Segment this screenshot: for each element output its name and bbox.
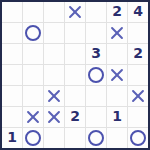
cell-r6c6: 1 bbox=[107, 107, 127, 127]
x-mark-icon bbox=[110, 26, 124, 40]
cell-r4c3[interactable] bbox=[44, 65, 64, 85]
cell-r1c4[interactable] bbox=[65, 2, 85, 22]
cell-r1c1[interactable] bbox=[2, 2, 22, 22]
cell-r1c7: 4 bbox=[128, 2, 148, 22]
x-mark-icon bbox=[110, 68, 124, 82]
cell-r3c6[interactable] bbox=[107, 44, 127, 64]
cell-r3c7: 2 bbox=[128, 44, 148, 64]
cell-r5c1[interactable] bbox=[2, 86, 22, 106]
cell-r2c7[interactable] bbox=[128, 23, 148, 43]
cell-r7c6[interactable] bbox=[107, 128, 127, 148]
cell-r6c3[interactable] bbox=[44, 107, 64, 127]
cell-r7c4[interactable] bbox=[65, 128, 85, 148]
o-mark-icon bbox=[88, 67, 104, 83]
x-mark-icon bbox=[26, 110, 40, 124]
cell-r4c4[interactable] bbox=[65, 65, 85, 85]
x-mark-icon bbox=[131, 89, 145, 103]
cell-r4c2[interactable] bbox=[23, 65, 43, 85]
cell-r7c2[interactable] bbox=[23, 128, 43, 148]
cell-r7c7[interactable] bbox=[128, 128, 148, 148]
cell-r5c4[interactable] bbox=[65, 86, 85, 106]
cell-r4c1[interactable] bbox=[2, 65, 22, 85]
clue-number: 3 bbox=[91, 46, 101, 60]
o-mark-icon bbox=[88, 130, 104, 146]
cell-r7c3[interactable] bbox=[44, 128, 64, 148]
cell-r2c3[interactable] bbox=[44, 23, 64, 43]
cell-r5c3[interactable] bbox=[44, 86, 64, 106]
cell-r6c7[interactable] bbox=[128, 107, 148, 127]
o-mark-icon bbox=[25, 25, 41, 41]
clue-number: 1 bbox=[7, 130, 17, 144]
cell-r2c2[interactable] bbox=[23, 23, 43, 43]
cell-r1c5[interactable] bbox=[86, 2, 106, 22]
o-mark-icon bbox=[130, 130, 146, 146]
x-mark-icon bbox=[47, 89, 61, 103]
cell-r2c6[interactable] bbox=[107, 23, 127, 43]
cell-r3c5: 3 bbox=[86, 44, 106, 64]
cell-r1c2[interactable] bbox=[23, 2, 43, 22]
cell-r3c1[interactable] bbox=[2, 44, 22, 64]
cell-r2c4[interactable] bbox=[65, 23, 85, 43]
cell-r5c6[interactable] bbox=[107, 86, 127, 106]
cell-r4c7[interactable] bbox=[128, 65, 148, 85]
cell-r6c2[interactable] bbox=[23, 107, 43, 127]
cell-r4c5[interactable] bbox=[86, 65, 106, 85]
cell-r4c6[interactable] bbox=[107, 65, 127, 85]
cell-r3c4[interactable] bbox=[65, 44, 85, 64]
cell-r3c2[interactable] bbox=[23, 44, 43, 64]
cell-r5c5[interactable] bbox=[86, 86, 106, 106]
cell-r1c3[interactable] bbox=[44, 2, 64, 22]
cell-r2c1[interactable] bbox=[2, 23, 22, 43]
cell-r7c1: 1 bbox=[2, 128, 22, 148]
x-mark-icon bbox=[47, 110, 61, 124]
clue-number: 2 bbox=[112, 4, 122, 18]
cell-r2c5[interactable] bbox=[86, 23, 106, 43]
cell-r6c5[interactable] bbox=[86, 107, 106, 127]
puzzle-board: 2432211 bbox=[0, 0, 150, 150]
cell-r1c6: 2 bbox=[107, 2, 127, 22]
x-mark-icon bbox=[68, 5, 82, 19]
o-mark-icon bbox=[25, 130, 41, 146]
cell-r3c3[interactable] bbox=[44, 44, 64, 64]
cell-r6c4: 2 bbox=[65, 107, 85, 127]
cell-r5c7[interactable] bbox=[128, 86, 148, 106]
clue-number: 2 bbox=[70, 109, 80, 123]
clue-number: 1 bbox=[112, 109, 122, 123]
clue-number: 4 bbox=[133, 4, 143, 18]
cell-r6c1[interactable] bbox=[2, 107, 22, 127]
cell-r7c5[interactable] bbox=[86, 128, 106, 148]
clue-number: 2 bbox=[133, 46, 143, 60]
cell-r5c2[interactable] bbox=[23, 86, 43, 106]
